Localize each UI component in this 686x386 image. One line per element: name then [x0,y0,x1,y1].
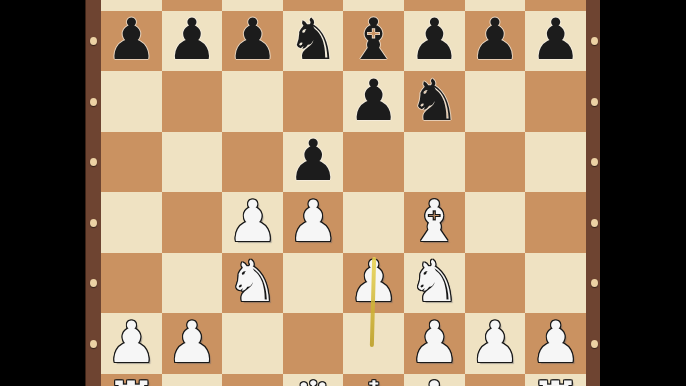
square-c1[interactable] [222,374,283,386]
piece-black-pawn[interactable]: ♟ [166,11,217,68]
square-b7[interactable]: ♟ [162,11,223,72]
square-g1[interactable] [465,374,526,386]
piece-white-pawn[interactable]: ♟ [409,314,460,371]
square-e6[interactable]: ♟ [343,71,404,132]
square-e4[interactable] [343,192,404,253]
hinge-knob-icon [591,219,598,227]
hinge-knob-icon [90,98,97,106]
square-d1[interactable]: ♛ [283,374,344,386]
square-d2[interactable] [283,313,344,374]
square-g7[interactable]: ♟ [465,11,526,72]
letterbox-left [0,0,85,386]
piece-black-pawn[interactable]: ♟ [469,11,520,68]
hinge-knob-icon [591,98,598,106]
square-a7[interactable]: ♟ [101,11,162,72]
square-c5[interactable] [222,132,283,193]
piece-white-queen[interactable]: ♛ [288,374,339,386]
square-c3[interactable]: ♞ [222,253,283,314]
letterbox-right [600,0,686,386]
square-f3[interactable]: ♞ [404,253,465,314]
square-d5[interactable]: ♟ [283,132,344,193]
square-c6[interactable] [222,71,283,132]
piece-white-bishop[interactable]: ♝ [409,374,460,386]
hinge-knob-icon [90,219,97,227]
square-h3[interactable] [525,253,586,314]
piece-white-king[interactable]: ♚ [348,374,399,386]
square-d3[interactable] [283,253,344,314]
piece-white-pawn[interactable]: ♟ [288,193,339,250]
piece-white-knight[interactable]: ♞ [227,253,278,310]
square-f5[interactable] [404,132,465,193]
hinge-knob-icon [591,37,598,45]
hinge-knob-icon [591,340,598,348]
square-a5[interactable] [101,132,162,193]
hinge-knob-icon [90,340,97,348]
square-e7[interactable]: ♝ [343,11,404,72]
piece-white-rook[interactable]: ♜ [106,374,157,386]
piece-white-pawn[interactable]: ♟ [227,193,278,250]
square-g3[interactable] [465,253,526,314]
piece-black-knight[interactable]: ♞ [288,11,339,68]
hinge-knob-icon [90,158,97,166]
piece-white-pawn[interactable]: ♟ [166,314,217,371]
square-h6[interactable] [525,71,586,132]
piece-white-rook[interactable]: ♜ [530,374,581,386]
square-a4[interactable] [101,192,162,253]
piece-black-knight[interactable]: ♞ [409,72,460,129]
square-a1[interactable]: ♜ [101,374,162,386]
square-c7[interactable]: ♟ [222,11,283,72]
square-f2[interactable]: ♟ [404,313,465,374]
piece-white-pawn[interactable]: ♟ [530,314,581,371]
piece-white-pawn[interactable]: ♟ [106,314,157,371]
piece-black-pawn[interactable]: ♟ [348,72,399,129]
square-h2[interactable]: ♟ [525,313,586,374]
piece-black-pawn[interactable]: ♟ [530,11,581,68]
square-f4[interactable]: ♝ [404,192,465,253]
hinge-knob-icon [90,279,97,287]
square-b5[interactable] [162,132,223,193]
chess-thumbnail-stage: ♜♝♛♜♚♟♟♟♞♝♟♟♟♟♞♟♟♟♝♞♟♞♟♟♟♟♟♜♛♚♝♜ [0,0,686,386]
square-h4[interactable] [525,192,586,253]
square-h7[interactable]: ♟ [525,11,586,72]
piece-black-pawn[interactable]: ♟ [288,132,339,189]
square-a2[interactable]: ♟ [101,313,162,374]
square-e5[interactable] [343,132,404,193]
square-h1[interactable]: ♜ [525,374,586,386]
piece-black-pawn[interactable]: ♟ [227,11,278,68]
square-d7[interactable]: ♞ [283,11,344,72]
piece-white-knight[interactable]: ♞ [409,253,460,310]
square-a3[interactable] [101,253,162,314]
square-f7[interactable]: ♟ [404,11,465,72]
hinge-knob-icon [591,279,598,287]
square-g4[interactable] [465,192,526,253]
square-f1[interactable]: ♝ [404,374,465,386]
square-b1[interactable] [162,374,223,386]
hinge-knob-icon [591,158,598,166]
square-d6[interactable] [283,71,344,132]
square-d4[interactable]: ♟ [283,192,344,253]
square-b6[interactable] [162,71,223,132]
chess-board: ♜♝♛♜♚♟♟♟♞♝♟♟♟♟♞♟♟♟♝♞♟♞♟♟♟♟♟♜♛♚♝♜ [101,0,586,386]
square-b4[interactable] [162,192,223,253]
square-g6[interactable] [465,71,526,132]
square-h5[interactable] [525,132,586,193]
square-e1[interactable]: ♚ [343,374,404,386]
square-c4[interactable]: ♟ [222,192,283,253]
piece-white-pawn[interactable]: ♟ [469,314,520,371]
square-g2[interactable]: ♟ [465,313,526,374]
square-g5[interactable] [465,132,526,193]
piece-white-bishop[interactable]: ♝ [409,193,460,250]
hinge-knob-icon [90,37,97,45]
square-f6[interactable]: ♞ [404,71,465,132]
square-b3[interactable] [162,253,223,314]
board-frame: ♜♝♛♜♚♟♟♟♞♝♟♟♟♟♞♟♟♟♝♞♟♞♟♟♟♟♟♜♛♚♝♜ [85,0,602,386]
piece-black-bishop[interactable]: ♝ [348,11,399,68]
piece-black-pawn[interactable]: ♟ [409,11,460,68]
piece-black-pawn[interactable]: ♟ [106,11,157,68]
square-b2[interactable]: ♟ [162,313,223,374]
square-c2[interactable] [222,313,283,374]
square-a6[interactable] [101,71,162,132]
